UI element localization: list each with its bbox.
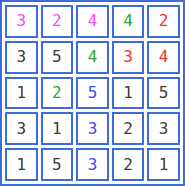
cell-r3c2[interactable]: 2: [41, 77, 74, 110]
cell-r5c2[interactable]: 5: [41, 148, 74, 181]
cell-r2c1[interactable]: 3: [5, 41, 38, 74]
cell-r4c2[interactable]: 1: [41, 112, 74, 145]
cell-r5c5[interactable]: 1: [147, 148, 180, 181]
puzzle-board: 3244235434125153132315321: [0, 0, 185, 186]
cell-r4c4[interactable]: 2: [112, 112, 145, 145]
cell-r2c3[interactable]: 4: [76, 41, 109, 74]
cell-r1c2[interactable]: 2: [41, 5, 74, 38]
cell-r2c4[interactable]: 3: [112, 41, 145, 74]
cell-r5c3[interactable]: 3: [76, 148, 109, 181]
cell-r1c4[interactable]: 4: [112, 5, 145, 38]
cell-r3c3[interactable]: 5: [76, 77, 109, 110]
cell-r3c5[interactable]: 5: [147, 77, 180, 110]
cell-r5c1[interactable]: 1: [5, 148, 38, 181]
cell-r2c2[interactable]: 5: [41, 41, 74, 74]
cell-r3c4[interactable]: 1: [112, 77, 145, 110]
cell-r5c4[interactable]: 2: [112, 148, 145, 181]
cell-r1c3[interactable]: 4: [76, 5, 109, 38]
cell-r2c5[interactable]: 4: [147, 41, 180, 74]
cell-r1c5[interactable]: 2: [147, 5, 180, 38]
cell-r4c1[interactable]: 3: [5, 112, 38, 145]
cell-r4c3[interactable]: 3: [76, 112, 109, 145]
cell-r3c1[interactable]: 1: [5, 77, 38, 110]
cell-r4c5[interactable]: 3: [147, 112, 180, 145]
cell-r1c1[interactable]: 3: [5, 5, 38, 38]
